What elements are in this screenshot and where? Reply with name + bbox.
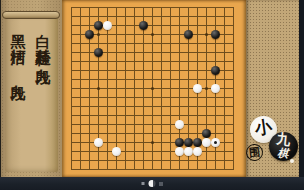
star-point xyxy=(151,87,154,90)
white-stone xyxy=(184,147,193,156)
black-stone xyxy=(94,48,103,57)
star-point xyxy=(151,141,154,144)
side-panel: 小 九 棋 围 xyxy=(246,0,299,177)
white-stone xyxy=(202,138,211,147)
black-stone xyxy=(94,21,103,30)
black-player-name: 柯洁 xyxy=(9,37,27,39)
black-stone xyxy=(211,66,220,75)
black-stone xyxy=(175,138,184,147)
white-stone xyxy=(175,147,184,156)
star-point xyxy=(205,33,208,36)
video-frame: 白朴廷桓九段 黑柯洁九段 小 九 棋 围 xyxy=(0,0,304,190)
pause-icon[interactable] xyxy=(160,182,163,186)
logo-char-wei-circled: 围 xyxy=(245,143,264,162)
stop-icon[interactable] xyxy=(142,182,145,185)
players-panel: 白朴廷桓九段 黑柯洁九段 xyxy=(0,0,62,177)
star-point xyxy=(97,33,100,36)
black-stone xyxy=(193,138,202,147)
white-stone xyxy=(94,138,103,147)
black-color-label: 黑 xyxy=(9,22,27,23)
star-point xyxy=(205,87,208,90)
star-point xyxy=(151,33,154,36)
white-stone xyxy=(103,21,112,30)
black-player-column: 黑柯洁九段 xyxy=(7,22,29,170)
scroll-roller xyxy=(2,11,60,19)
white-color-label: 白 xyxy=(34,22,52,23)
black-stone xyxy=(202,129,211,138)
black-stone xyxy=(184,30,193,39)
channel-logo: 小 九 棋 围 xyxy=(246,108,299,170)
white-player-rank: 九段 xyxy=(34,57,52,59)
playback-controls xyxy=(142,177,163,190)
black-stone xyxy=(184,138,193,147)
video-control-bar xyxy=(0,177,304,190)
black-stone xyxy=(139,21,148,30)
star-point xyxy=(97,87,100,90)
white-stone xyxy=(175,120,184,129)
last-move-marker xyxy=(214,141,217,144)
white-stone xyxy=(211,84,220,93)
white-player-column: 白朴廷桓九段 xyxy=(32,22,54,170)
white-stone xyxy=(193,147,202,156)
black-stone xyxy=(211,30,220,39)
white-player-name: 朴廷桓 xyxy=(34,37,52,40)
black-player-rank: 九段 xyxy=(9,73,27,75)
go-board xyxy=(62,0,246,177)
black-stone xyxy=(85,30,94,39)
board-grid xyxy=(71,7,234,170)
white-stone xyxy=(193,84,202,93)
white-stone xyxy=(112,147,121,156)
logo-seal-dot xyxy=(290,159,294,163)
stone-toggle-icon[interactable] xyxy=(149,180,156,187)
